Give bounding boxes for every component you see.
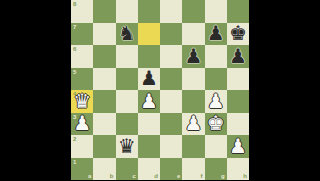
square-c6[interactable] bbox=[116, 45, 138, 68]
square-g3[interactable]: ♚ bbox=[205, 113, 227, 136]
square-f2[interactable] bbox=[182, 135, 204, 158]
square-e2[interactable] bbox=[160, 135, 182, 158]
square-g8[interactable] bbox=[205, 0, 227, 23]
square-b1[interactable]: b bbox=[93, 158, 115, 181]
square-h2[interactable]: ♟ bbox=[227, 135, 249, 158]
square-b7[interactable] bbox=[93, 23, 115, 46]
file-label-d: d bbox=[154, 173, 158, 179]
square-f3[interactable]: ♟ bbox=[182, 113, 204, 136]
black-king[interactable]: ♚ bbox=[229, 23, 247, 44]
square-e3[interactable] bbox=[160, 113, 182, 136]
letterbox-left bbox=[0, 0, 71, 180]
square-f5[interactable] bbox=[182, 68, 204, 91]
square-d5[interactable]: ♟ bbox=[138, 68, 160, 91]
square-a1[interactable]: 1a bbox=[71, 158, 93, 181]
square-h4[interactable] bbox=[227, 90, 249, 113]
file-label-g: g bbox=[221, 173, 225, 179]
rank-label-5: 5 bbox=[73, 69, 76, 75]
black-pawn[interactable]: ♟ bbox=[207, 23, 225, 44]
file-label-b: b bbox=[110, 173, 114, 179]
square-b5[interactable] bbox=[93, 68, 115, 91]
square-d6[interactable] bbox=[138, 45, 160, 68]
square-d2[interactable] bbox=[138, 135, 160, 158]
square-e5[interactable] bbox=[160, 68, 182, 91]
square-h3[interactable] bbox=[227, 113, 249, 136]
rank-label-1: 1 bbox=[73, 159, 76, 165]
square-e7[interactable] bbox=[160, 23, 182, 46]
square-a2[interactable]: 2 bbox=[71, 135, 93, 158]
square-c2[interactable]: ♛ bbox=[116, 135, 138, 158]
square-h6[interactable]: ♟ bbox=[227, 45, 249, 68]
square-h1[interactable]: h bbox=[227, 158, 249, 181]
square-e8[interactable] bbox=[160, 0, 182, 23]
square-b3[interactable] bbox=[93, 113, 115, 136]
square-c4[interactable] bbox=[116, 90, 138, 113]
rank-label-6: 6 bbox=[73, 46, 76, 52]
square-g7[interactable]: ♟ bbox=[205, 23, 227, 46]
square-a4[interactable]: 4♛ bbox=[71, 90, 93, 113]
square-g1[interactable]: g bbox=[205, 158, 227, 181]
square-c7[interactable]: ♞ bbox=[116, 23, 138, 46]
file-label-c: c bbox=[132, 173, 135, 179]
square-d3[interactable] bbox=[138, 113, 160, 136]
white-king[interactable]: ♚ bbox=[207, 113, 225, 134]
square-c3[interactable] bbox=[116, 113, 138, 136]
black-queen[interactable]: ♛ bbox=[118, 136, 136, 157]
black-pawn[interactable]: ♟ bbox=[184, 46, 202, 67]
square-a3[interactable]: 3♟ bbox=[71, 113, 93, 136]
square-h5[interactable] bbox=[227, 68, 249, 91]
file-label-h: h bbox=[243, 173, 247, 179]
video-frame: 87♞♟♚6♟♟5♟4♛♟♟3♟♟♚2♛♟1abcdefgh bbox=[0, 0, 320, 180]
square-g2[interactable] bbox=[205, 135, 227, 158]
square-b2[interactable] bbox=[93, 135, 115, 158]
square-b8[interactable] bbox=[93, 0, 115, 23]
square-b4[interactable] bbox=[93, 90, 115, 113]
square-d8[interactable] bbox=[138, 0, 160, 23]
file-label-a: a bbox=[88, 173, 91, 179]
square-h7[interactable]: ♚ bbox=[227, 23, 249, 46]
square-f4[interactable] bbox=[182, 90, 204, 113]
square-f6[interactable]: ♟ bbox=[182, 45, 204, 68]
black-knight[interactable]: ♞ bbox=[118, 23, 136, 44]
square-h8[interactable] bbox=[227, 0, 249, 23]
chess-board: 87♞♟♚6♟♟5♟4♛♟♟3♟♟♚2♛♟1abcdefgh bbox=[71, 0, 249, 180]
square-f7[interactable] bbox=[182, 23, 204, 46]
white-pawn[interactable]: ♟ bbox=[184, 113, 202, 134]
square-b6[interactable] bbox=[93, 45, 115, 68]
file-label-e: e bbox=[177, 173, 180, 179]
square-a8[interactable]: 8 bbox=[71, 0, 93, 23]
square-d7[interactable] bbox=[138, 23, 160, 46]
square-g6[interactable] bbox=[205, 45, 227, 68]
black-pawn[interactable]: ♟ bbox=[140, 68, 158, 89]
square-e6[interactable] bbox=[160, 45, 182, 68]
file-label-f: f bbox=[201, 173, 203, 179]
square-e4[interactable] bbox=[160, 90, 182, 113]
square-f1[interactable]: f bbox=[182, 158, 204, 181]
rank-label-8: 8 bbox=[73, 1, 76, 7]
white-pawn[interactable]: ♟ bbox=[73, 113, 91, 134]
square-d1[interactable]: d bbox=[138, 158, 160, 181]
square-e1[interactable]: e bbox=[160, 158, 182, 181]
rank-label-2: 2 bbox=[73, 136, 76, 142]
white-pawn[interactable]: ♟ bbox=[229, 136, 247, 157]
square-f8[interactable] bbox=[182, 0, 204, 23]
square-g5[interactable] bbox=[205, 68, 227, 91]
square-a6[interactable]: 6 bbox=[71, 45, 93, 68]
square-g4[interactable]: ♟ bbox=[205, 90, 227, 113]
rank-label-7: 7 bbox=[73, 24, 76, 30]
letterbox-right bbox=[249, 0, 320, 180]
white-pawn[interactable]: ♟ bbox=[207, 91, 225, 112]
black-pawn[interactable]: ♟ bbox=[229, 46, 247, 67]
square-d4[interactable]: ♟ bbox=[138, 90, 160, 113]
square-c1[interactable]: c bbox=[116, 158, 138, 181]
square-c5[interactable] bbox=[116, 68, 138, 91]
white-queen[interactable]: ♛ bbox=[73, 91, 91, 112]
white-pawn[interactable]: ♟ bbox=[140, 91, 158, 112]
square-a7[interactable]: 7 bbox=[71, 23, 93, 46]
square-a5[interactable]: 5 bbox=[71, 68, 93, 91]
square-c8[interactable] bbox=[116, 0, 138, 23]
